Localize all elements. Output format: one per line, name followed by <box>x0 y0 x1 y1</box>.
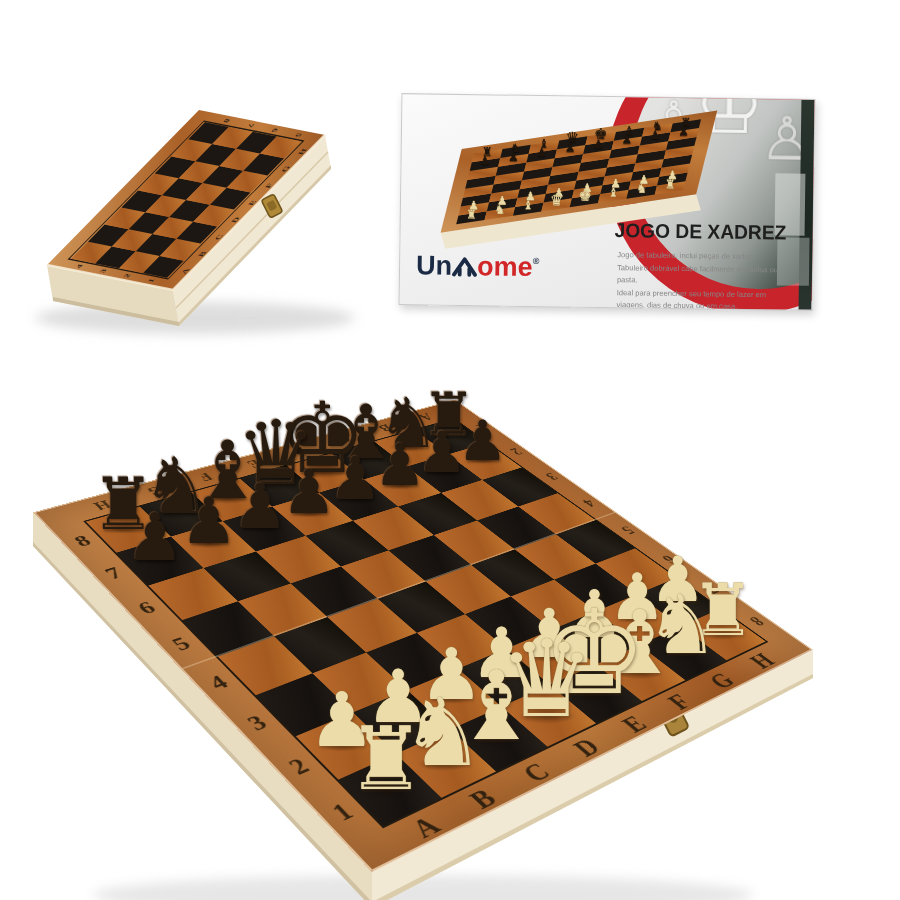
mini-board-cell <box>524 158 555 171</box>
mini-board-cell <box>465 176 496 189</box>
mini-board-cell <box>463 185 494 198</box>
mini-white-rook: ♜ <box>665 178 676 190</box>
brand-suffix: ome <box>477 251 533 283</box>
mini-board-cell <box>496 163 527 176</box>
mini-white-king: ♚ <box>578 189 592 204</box>
house-icon <box>452 255 477 277</box>
mini-board-cell <box>491 180 522 193</box>
brand-logo: Un ome ® <box>416 250 540 283</box>
box-description-line3: Ideal para preencher seu tempo de lazer … <box>616 287 792 311</box>
mini-board-cell <box>550 163 581 176</box>
mini-board-cell <box>520 176 551 189</box>
bw-king-icon: ♔ <box>694 93 765 151</box>
closed-chess-box: ABCDEFGH43215678 <box>47 110 331 326</box>
box-title: JOGO DE XADREZ <box>614 219 797 245</box>
mini-black-pawn: ♟ <box>650 129 661 141</box>
box-description-line1: Jogo de tabuleiro, inclui peças de xadre… <box>617 249 793 263</box>
mini-board-cell <box>494 171 525 184</box>
mini-board-cell <box>553 154 584 167</box>
mini-board-cell <box>467 167 498 180</box>
mini-black-pawn: ♟ <box>508 151 519 163</box>
mini-white-rook: ♜ <box>466 208 477 220</box>
mini-board-cell <box>522 167 553 180</box>
mini-white-queen: ♛ <box>550 193 564 208</box>
mini-white-knight: ♞ <box>494 204 505 216</box>
mini-white-knight: ♞ <box>636 182 647 194</box>
product-photo-stage: { "game": "chess", "scene_type": "foldin… <box>0 0 900 900</box>
mini-black-pawn: ♟ <box>565 142 576 154</box>
mini-black-pawn: ♟ <box>480 155 491 167</box>
box-description: Jogo de tabuleiro, inclui peças de xadre… <box>616 249 793 311</box>
registered-mark: ® <box>533 256 540 266</box>
retail-box: ♙ ♔ ♙ ♜♞♝♛♚♝♞♜♟♟♟♟♟♟♟♟♟♟♟♟♟♟♟♟♜♞♝♛♚♝♞♜ J… <box>399 93 816 311</box>
brand-prefix: Un <box>416 250 452 281</box>
mini-board-cell <box>548 172 579 185</box>
box-description-line2: Tabuleiro dobrável cabe facilmente em bo… <box>617 263 793 288</box>
mini-board-cell <box>579 159 610 172</box>
mini-white-bishop: ♝ <box>608 187 619 199</box>
mini-black-pawn: ♟ <box>678 125 689 137</box>
mini-black-pawn: ♟ <box>593 138 604 150</box>
mini-board-cell <box>576 167 607 180</box>
mini-black-pawn: ♟ <box>621 133 632 145</box>
mini-white-bishop: ♝ <box>523 200 534 212</box>
mini-black-pawn: ♟ <box>536 146 547 158</box>
